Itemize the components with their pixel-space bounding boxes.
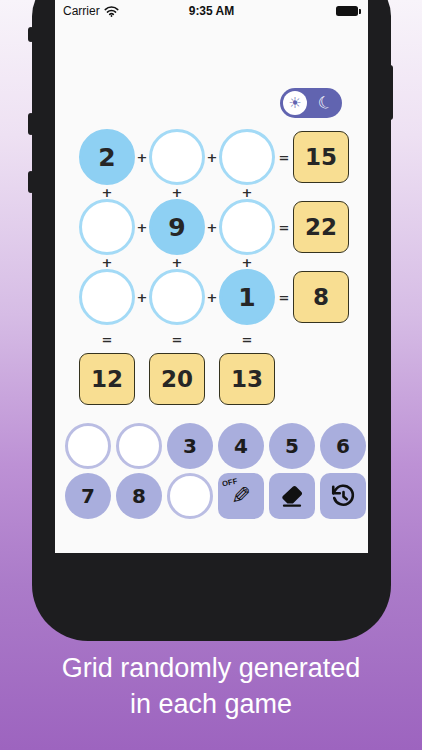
caption-line-1: Grid randomly generated: [0, 650, 422, 686]
col-sum-0: 12: [79, 353, 135, 405]
grid-cell-1-1[interactable]: 9: [149, 199, 205, 255]
key-6[interactable]: 6: [320, 423, 366, 469]
grid-cell-0-2[interactable]: [219, 129, 275, 185]
col-equals-operator: =: [219, 325, 275, 353]
grid-cell-2-2[interactable]: 1: [219, 269, 275, 325]
number-pad: 3 4 5 6 7 8 OFF ✎: [65, 423, 366, 519]
key-7[interactable]: 7: [65, 473, 111, 519]
row-plus-operator: +: [205, 269, 219, 325]
eraser-icon: [278, 482, 306, 510]
row-sum-2: 8: [293, 271, 349, 323]
row-plus-operator: +: [135, 199, 149, 255]
key-5[interactable]: 5: [269, 423, 315, 469]
pad-row-1: 3 4 5 6: [65, 423, 366, 469]
undo-history-icon: [328, 481, 358, 511]
caption-line-2: in each game: [0, 686, 422, 722]
pad-row-2: 7 8 OFF ✎: [65, 473, 366, 519]
grid-cell-1-0[interactable]: [79, 199, 135, 255]
grid-cell-0-1[interactable]: [149, 129, 205, 185]
row-sum-1: 22: [293, 201, 349, 253]
key-3[interactable]: 3: [167, 423, 213, 469]
theme-toggle[interactable]: ☀ ☾: [280, 88, 342, 118]
col-sum-2: 13: [219, 353, 275, 405]
row-equals-operator: =: [275, 199, 293, 255]
key-4[interactable]: 4: [218, 423, 264, 469]
grid-cell-2-0[interactable]: [79, 269, 135, 325]
col-equals-operator: =: [79, 325, 135, 353]
row-equals-operator: =: [275, 269, 293, 325]
grid-cell-1-2[interactable]: [219, 199, 275, 255]
row-sum-0: 15: [293, 131, 349, 183]
battery-icon: [336, 6, 358, 16]
clock: 9:35 AM: [55, 4, 368, 18]
col-plus-operator: +: [149, 185, 205, 199]
col-equals-operator: =: [149, 325, 205, 353]
row-plus-operator: +: [135, 129, 149, 185]
moon-icon[interactable]: ☾: [315, 93, 335, 114]
col-plus-operator: +: [79, 255, 135, 269]
light-mode-button[interactable]: ☀: [283, 91, 307, 115]
key-1-used[interactable]: [65, 423, 111, 469]
puzzle-grid: 2 + + = 15 + + + + 9 + = 22 + + + +: [79, 129, 349, 405]
col-plus-operator: +: [79, 185, 135, 199]
key-9-used[interactable]: [167, 473, 213, 519]
undo-button[interactable]: [320, 473, 366, 519]
status-bar: Carrier 9:35 AM: [55, 0, 368, 20]
eraser-button[interactable]: [269, 473, 315, 519]
marketing-caption: Grid randomly generated in each game: [0, 650, 422, 722]
key-2-used[interactable]: [116, 423, 162, 469]
pencil-icon: ✎: [231, 484, 251, 508]
key-8[interactable]: 8: [116, 473, 162, 519]
pencil-mode-button[interactable]: OFF ✎: [218, 473, 264, 519]
row-plus-operator: +: [205, 129, 219, 185]
grid-cell-0-0[interactable]: 2: [79, 129, 135, 185]
app-screen: Carrier 9:35 AM ☀ ☾ 2 + +: [55, 0, 368, 553]
col-plus-operator: +: [149, 255, 205, 269]
grid-cell-2-1[interactable]: [149, 269, 205, 325]
row-plus-operator: +: [135, 269, 149, 325]
row-equals-operator: =: [275, 129, 293, 185]
col-plus-operator: +: [219, 185, 275, 199]
col-plus-operator: +: [219, 255, 275, 269]
col-sum-1: 20: [149, 353, 205, 405]
sun-icon: ☀: [288, 96, 301, 111]
phone-frame: Carrier 9:35 AM ☀ ☾ 2 + +: [32, 0, 391, 641]
row-plus-operator: +: [205, 199, 219, 255]
